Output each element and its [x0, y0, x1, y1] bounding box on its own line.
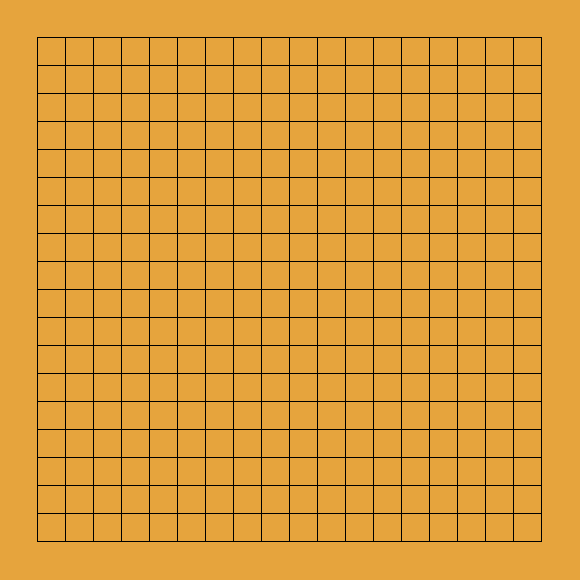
- board-intersections: [24, 24, 556, 556]
- go-board: [0, 0, 580, 580]
